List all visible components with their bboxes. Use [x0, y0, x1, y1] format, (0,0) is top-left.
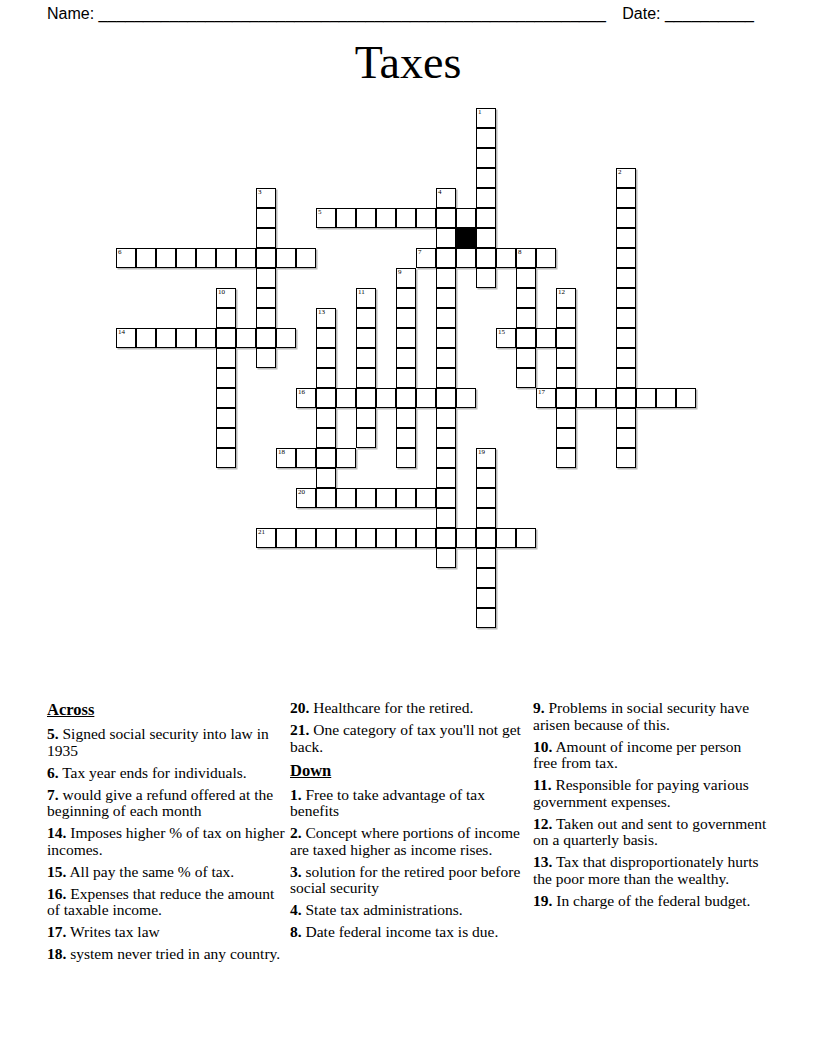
- clue: 8. Date federal income tax is due.: [290, 924, 530, 941]
- grid-cell[interactable]: [676, 388, 696, 408]
- clue-number: 20.: [290, 699, 309, 716]
- clue-number: 5.: [47, 725, 59, 742]
- grid-cell[interactable]: 12: [556, 288, 576, 308]
- grid-cell[interactable]: [336, 448, 356, 468]
- grid-cell[interactable]: [476, 508, 496, 528]
- clue-number: 4.: [290, 901, 302, 918]
- clue-number: 15.: [47, 863, 66, 880]
- grid-cell[interactable]: [556, 348, 576, 368]
- grid-cell[interactable]: [376, 208, 396, 228]
- grid-cell[interactable]: [456, 208, 476, 228]
- cell-number: 16: [298, 389, 305, 396]
- grid-cell[interactable]: [436, 448, 456, 468]
- clue-number: 10.: [533, 738, 552, 755]
- cell-number: 19: [478, 449, 485, 456]
- cell-number: 17: [538, 389, 545, 396]
- grid-cell[interactable]: [516, 288, 536, 308]
- grid-cell[interactable]: [616, 448, 636, 468]
- clue-column-middle: 20. Healthcare for the retired.21. One c…: [290, 700, 530, 946]
- grid-cell[interactable]: [496, 528, 516, 548]
- crossword-grid: 123456789101112131415161718192021: [116, 108, 696, 628]
- grid-cell[interactable]: 4: [436, 188, 456, 208]
- clue-number: 18.: [47, 945, 66, 962]
- clue-number: 2.: [290, 824, 302, 841]
- clue-number: 6.: [47, 764, 59, 781]
- clue: 15. All pay the same % of tax.: [47, 864, 285, 881]
- grid-cell[interactable]: [356, 528, 376, 548]
- grid-cell[interactable]: [276, 328, 296, 348]
- grid-cell[interactable]: 15: [496, 328, 516, 348]
- grid-cell[interactable]: [476, 168, 496, 188]
- clue: 4. State tax administrations.: [290, 902, 530, 919]
- grid-cell[interactable]: [336, 488, 356, 508]
- grid-cell[interactable]: [516, 268, 536, 288]
- grid-cell[interactable]: [616, 248, 636, 268]
- grid-cell[interactable]: [396, 368, 416, 388]
- grid-cell[interactable]: [376, 528, 396, 548]
- grid-cell[interactable]: [616, 388, 636, 408]
- cell-number: 13: [318, 309, 325, 316]
- grid-cell[interactable]: 21: [256, 528, 276, 548]
- grid-cell[interactable]: [256, 328, 276, 348]
- grid-cell[interactable]: [556, 428, 576, 448]
- cell-number: 11: [358, 289, 365, 296]
- grid-cell[interactable]: [256, 308, 276, 328]
- grid-cell[interactable]: [276, 248, 296, 268]
- grid-cell[interactable]: [356, 308, 376, 328]
- grid-cell[interactable]: 13: [316, 308, 336, 328]
- grid-cell[interactable]: [376, 388, 396, 408]
- grid-cell[interactable]: [476, 268, 496, 288]
- name-label: Name:: [47, 5, 94, 22]
- grid-cell[interactable]: 19: [476, 448, 496, 468]
- grid-cell[interactable]: [436, 428, 456, 448]
- grid-cell[interactable]: 11: [356, 288, 376, 308]
- clue: 14. Imposes higher % of tax on higher in…: [47, 825, 285, 858]
- clue-number: 21.: [290, 721, 309, 738]
- grid-cell[interactable]: [536, 248, 556, 268]
- cell-number: 4: [438, 189, 442, 196]
- grid-cell[interactable]: [456, 388, 476, 408]
- cell-number: 9: [398, 269, 402, 276]
- grid-cell[interactable]: [416, 388, 436, 408]
- grid-cell[interactable]: [156, 328, 176, 348]
- grid-cell[interactable]: [476, 128, 496, 148]
- grid-cell[interactable]: [616, 368, 636, 388]
- grid-cell[interactable]: [316, 528, 336, 548]
- grid-cell[interactable]: [616, 328, 636, 348]
- grid-cell[interactable]: [396, 288, 416, 308]
- grid-cell[interactable]: [576, 388, 596, 408]
- grid-cell[interactable]: 10: [216, 288, 236, 308]
- grid-cell[interactable]: [356, 408, 376, 428]
- grid-cell[interactable]: [256, 228, 276, 248]
- clue: 1. Free to take advantage of tax benefit…: [290, 787, 530, 820]
- clue-list-heading: Across: [47, 700, 285, 720]
- grid-cell[interactable]: [636, 388, 656, 408]
- grid-cell[interactable]: [216, 408, 236, 428]
- grid-cell[interactable]: [496, 248, 516, 268]
- grid-cell[interactable]: [316, 348, 336, 368]
- grid-cell[interactable]: 17: [536, 388, 556, 408]
- clue: 10. Amount of income per person free fro…: [533, 739, 768, 772]
- grid-cell[interactable]: [176, 248, 196, 268]
- grid-cell[interactable]: [136, 328, 156, 348]
- clue-number: 13.: [533, 853, 552, 870]
- grid-cell[interactable]: [396, 348, 416, 368]
- grid-cell[interactable]: [316, 468, 336, 488]
- grid-cell[interactable]: [276, 528, 296, 548]
- clue-list-heading: Down: [290, 761, 530, 781]
- grid-cell[interactable]: [316, 448, 336, 468]
- grid-cell[interactable]: [616, 208, 636, 228]
- grid-cell[interactable]: [216, 448, 236, 468]
- grid-cell[interactable]: [236, 328, 256, 348]
- grid-cell[interactable]: [196, 248, 216, 268]
- grid-cell[interactable]: [416, 208, 436, 228]
- grid-cell[interactable]: [396, 528, 416, 548]
- grid-cell[interactable]: 3: [256, 188, 276, 208]
- grid-cell[interactable]: 20: [296, 488, 316, 508]
- grid-cell[interactable]: [436, 248, 456, 268]
- grid-cell[interactable]: [476, 488, 496, 508]
- grid-cell[interactable]: 16: [296, 388, 316, 408]
- grid-cell[interactable]: [356, 368, 376, 388]
- grid-cell[interactable]: [256, 348, 276, 368]
- cell-number: 6: [118, 249, 122, 256]
- worksheet-header: Name: __________________________________…: [47, 5, 792, 23]
- grid-cell[interactable]: [476, 568, 496, 588]
- grid-cell[interactable]: [556, 368, 576, 388]
- clue: 17. Writes tax law: [47, 924, 285, 941]
- crossword-worksheet: Name: __________________________________…: [0, 0, 816, 1056]
- grid-cell[interactable]: [436, 548, 456, 568]
- clue-number: 7.: [47, 786, 59, 803]
- grid-cell[interactable]: [296, 248, 316, 268]
- grid-cell[interactable]: [616, 288, 636, 308]
- grid-cell[interactable]: [256, 208, 276, 228]
- grid-cell[interactable]: [356, 428, 376, 448]
- grid-cell[interactable]: [516, 308, 536, 328]
- cell-number: 3: [258, 189, 262, 196]
- grid-cell[interactable]: [476, 608, 496, 628]
- cell-number: 7: [418, 249, 422, 256]
- cell-number: 15: [498, 329, 505, 336]
- cell-number: 10: [218, 289, 225, 296]
- clue: 16. Expenses that reduce the amount of t…: [47, 886, 285, 919]
- grid-cell[interactable]: [616, 188, 636, 208]
- grid-cell[interactable]: [516, 528, 536, 548]
- grid-cell[interactable]: [616, 408, 636, 428]
- grid-cell[interactable]: [556, 448, 576, 468]
- clue: 19. In charge of the federal budget.: [533, 893, 768, 910]
- grid-cell[interactable]: [476, 228, 496, 248]
- grid-cell[interactable]: [396, 488, 416, 508]
- grid-cell[interactable]: 7: [416, 248, 436, 268]
- grid-cell[interactable]: [476, 248, 496, 268]
- name-blank-line: ________________________________________…: [99, 5, 606, 22]
- grid-cell[interactable]: [456, 528, 476, 548]
- grid-cell[interactable]: [476, 548, 496, 568]
- cell-number: 1: [478, 109, 482, 116]
- grid-cell[interactable]: [316, 328, 336, 348]
- grid-cell[interactable]: [476, 588, 496, 608]
- clue: 12. Taken out and sent to government on …: [533, 816, 768, 849]
- clue: 18. system never tried in any country.: [47, 946, 285, 963]
- grid-cell[interactable]: [436, 308, 456, 328]
- grid-cell[interactable]: [396, 448, 416, 468]
- grid-cell[interactable]: [336, 208, 356, 228]
- grid-cell[interactable]: [556, 328, 576, 348]
- grid-cell[interactable]: [396, 428, 416, 448]
- grid-cell[interactable]: [396, 408, 416, 428]
- clue-number: 12.: [533, 815, 552, 832]
- clue-number: 17.: [47, 923, 66, 940]
- grid-cell[interactable]: [316, 368, 336, 388]
- grid-cell[interactable]: [256, 268, 276, 288]
- grid-cell[interactable]: 14: [116, 328, 136, 348]
- grid-cell[interactable]: [436, 268, 456, 288]
- grid-cell[interactable]: [476, 148, 496, 168]
- grid-cell[interactable]: 6: [116, 248, 136, 268]
- date-blank-line: __________: [665, 5, 754, 22]
- grid-cell[interactable]: [616, 228, 636, 248]
- grid-cell[interactable]: [416, 488, 436, 508]
- grid-cell[interactable]: [356, 348, 376, 368]
- grid-cell[interactable]: [396, 328, 416, 348]
- grid-cell[interactable]: [416, 528, 436, 548]
- grid-cell[interactable]: [136, 248, 156, 268]
- grid-cell[interactable]: [396, 208, 416, 228]
- clue-number: 3.: [290, 863, 302, 880]
- grid-cell[interactable]: [596, 388, 616, 408]
- grid-cell[interactable]: 2: [616, 168, 636, 188]
- cell-number: 14: [118, 329, 125, 336]
- grid-cell[interactable]: [336, 528, 356, 548]
- grid-cell[interactable]: [436, 408, 456, 428]
- grid-cell[interactable]: [556, 308, 576, 328]
- grid-cell[interactable]: [436, 468, 456, 488]
- grid-cell[interactable]: [336, 388, 356, 408]
- clue-number: 8.: [290, 923, 302, 940]
- grid-cell[interactable]: [436, 388, 456, 408]
- grid-cell[interactable]: [616, 428, 636, 448]
- puzzle-title: Taxes: [0, 36, 816, 89]
- cell-number: 18: [278, 449, 285, 456]
- clue-number: 14.: [47, 824, 66, 841]
- grid-cell[interactable]: 9: [396, 268, 416, 288]
- clue: 5. Signed social security into law in 19…: [47, 726, 285, 759]
- clue-number: 1.: [290, 786, 302, 803]
- grid-cell[interactable]: 5: [316, 208, 336, 228]
- date-label: Date:: [622, 5, 660, 22]
- clue: 20. Healthcare for the retired.: [290, 700, 530, 717]
- grid-cell[interactable]: [476, 468, 496, 488]
- grid-cell[interactable]: [216, 328, 236, 348]
- grid-cell[interactable]: [156, 248, 176, 268]
- grid-cell[interactable]: 8: [516, 248, 536, 268]
- grid-cell[interactable]: [516, 348, 536, 368]
- clue-number: 16.: [47, 885, 66, 902]
- clue-number: 19.: [533, 892, 552, 909]
- grid-cell[interactable]: [396, 388, 416, 408]
- cell-number: 12: [558, 289, 565, 296]
- grid-cell[interactable]: [436, 488, 456, 508]
- cell-number: 5: [318, 209, 322, 216]
- cell-number: 2: [618, 169, 622, 176]
- grid-cell[interactable]: [256, 248, 276, 268]
- grid-cell[interactable]: [296, 528, 316, 548]
- grid-cell[interactable]: [356, 328, 376, 348]
- grid-cell[interactable]: [536, 328, 556, 348]
- clue-column-right: 9. Problems in social security have aris…: [533, 700, 768, 915]
- clue: 7. would give a refund offered at the be…: [47, 787, 285, 820]
- cell-number: 8: [518, 249, 522, 256]
- grid-cell[interactable]: [516, 328, 536, 348]
- grid-cell[interactable]: [216, 388, 236, 408]
- grid-cell[interactable]: [216, 308, 236, 328]
- grid-cell[interactable]: [296, 448, 316, 468]
- clue: 13. Tax that disproportionately hurts th…: [533, 854, 768, 887]
- grid-cell[interactable]: [476, 188, 496, 208]
- grid-cell[interactable]: [616, 268, 636, 288]
- blocked-cell: [456, 228, 476, 248]
- clue: 3. solution for the retired poor before …: [290, 864, 530, 897]
- grid-cell[interactable]: [316, 388, 336, 408]
- grid-cell[interactable]: [476, 528, 496, 548]
- grid-cell[interactable]: [316, 488, 336, 508]
- clue: 6. Tax year ends for individuals.: [47, 765, 285, 782]
- cell-number: 20: [298, 489, 305, 496]
- grid-cell[interactable]: [616, 308, 636, 328]
- clue-number: 9.: [533, 699, 545, 716]
- grid-cell[interactable]: [196, 328, 216, 348]
- grid-cell[interactable]: [316, 408, 336, 428]
- grid-cell[interactable]: [456, 248, 476, 268]
- grid-cell[interactable]: 1: [476, 108, 496, 128]
- grid-cell[interactable]: [176, 328, 196, 348]
- grid-cell[interactable]: [436, 228, 456, 248]
- grid-cell[interactable]: [656, 388, 676, 408]
- grid-cell[interactable]: [216, 348, 236, 368]
- grid-cell[interactable]: [256, 288, 276, 308]
- grid-cell[interactable]: [476, 208, 496, 228]
- grid-cell[interactable]: [436, 348, 456, 368]
- grid-cell[interactable]: [396, 308, 416, 328]
- grid-cell[interactable]: [436, 288, 456, 308]
- grid-cell[interactable]: [376, 488, 396, 508]
- grid-cell[interactable]: [316, 428, 336, 448]
- grid-cell[interactable]: [236, 248, 256, 268]
- cell-number: 21: [258, 529, 265, 536]
- grid-cell[interactable]: [556, 408, 576, 428]
- grid-cell[interactable]: [436, 368, 456, 388]
- clue: 21. One category of tax you'll not get b…: [290, 722, 530, 755]
- grid-cell[interactable]: [556, 388, 576, 408]
- grid-cell[interactable]: [616, 348, 636, 368]
- grid-cell[interactable]: [516, 368, 536, 388]
- grid-cell[interactable]: [216, 248, 236, 268]
- grid-cell[interactable]: [216, 368, 236, 388]
- clue: 11. Responsible for paying various gover…: [533, 777, 768, 810]
- grid-cell[interactable]: [436, 208, 456, 228]
- grid-cell[interactable]: [356, 388, 376, 408]
- grid-cell[interactable]: [356, 488, 376, 508]
- grid-cell[interactable]: 18: [276, 448, 296, 468]
- grid-cell[interactable]: [356, 208, 376, 228]
- clue: 9. Problems in social security have aris…: [533, 700, 768, 733]
- grid-cell[interactable]: [216, 428, 236, 448]
- clue-column-left: Across5. Signed social security into law…: [47, 700, 285, 968]
- grid-cell[interactable]: [436, 328, 456, 348]
- clue: 2. Concept where portions of income are …: [290, 825, 530, 858]
- clue-number: 11.: [533, 776, 552, 793]
- grid-cell[interactable]: [436, 528, 456, 548]
- grid-cell[interactable]: [436, 508, 456, 528]
